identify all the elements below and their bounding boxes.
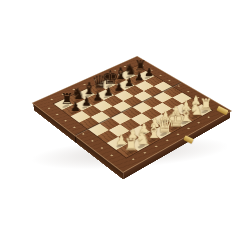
white-rook-a1: ♜: [115, 137, 148, 154]
square-a1: ♜: [116, 144, 138, 158]
black-pawn-a7: ♟: [60, 101, 90, 113]
product-photo-canvas: ♜♞♝♛♚♝♞♜♟♟♟♟♟♟♟♟♟♟♟♟♟♟♟♟♜♞♝♛♚♝♞♜: [0, 0, 238, 238]
